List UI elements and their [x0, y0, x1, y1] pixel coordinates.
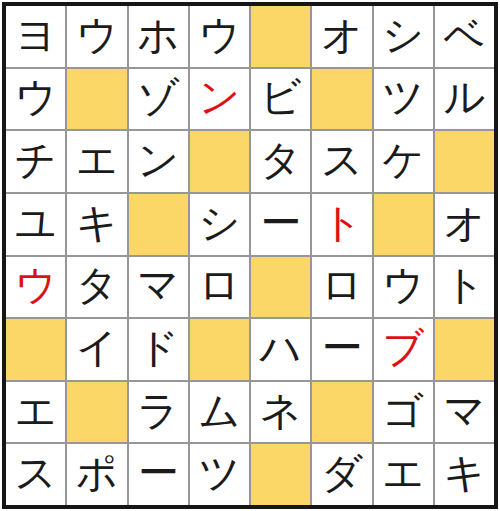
cell-r3c2-highlight[interactable]: [129, 194, 188, 255]
cell-letter: シ: [198, 203, 240, 244]
cell-r4c6[interactable]: ウ: [374, 257, 433, 318]
cell-letter: ム: [198, 391, 240, 432]
cell-r3c1[interactable]: キ: [67, 194, 126, 255]
cell-r1c7[interactable]: ル: [435, 69, 494, 130]
cell-letter: キ: [443, 453, 485, 494]
cell-r3c3[interactable]: シ: [190, 194, 249, 255]
cell-letter: エ: [15, 391, 57, 432]
cell-letter: エ: [76, 140, 118, 181]
cell-letter-red: ン: [198, 77, 240, 118]
cell-r7c7[interactable]: キ: [435, 444, 494, 505]
cell-letter: ー: [138, 453, 179, 494]
cell-letter: ー: [321, 328, 362, 369]
cell-r4c0[interactable]: ウ: [6, 257, 65, 318]
cell-r5c0-highlight[interactable]: [6, 319, 65, 380]
cell-r2c5[interactable]: ス: [312, 131, 371, 192]
cell-r1c5-highlight[interactable]: [312, 69, 371, 130]
cell-letter: ン: [137, 140, 179, 181]
cell-letter: マ: [137, 265, 179, 306]
cell-r0c6[interactable]: シ: [374, 6, 433, 67]
cell-r6c6[interactable]: ゴ: [374, 382, 433, 443]
cell-letter: ポ: [76, 453, 118, 494]
cell-r6c1-highlight[interactable]: [67, 382, 126, 443]
cell-letter: ダ: [321, 453, 363, 494]
cell-r4c7[interactable]: ト: [435, 257, 494, 318]
cell-r3c5[interactable]: ト: [312, 194, 371, 255]
cell-r3c4[interactable]: ー: [251, 194, 310, 255]
cell-r6c5-highlight[interactable]: [312, 382, 371, 443]
cell-r7c0[interactable]: ス: [6, 444, 65, 505]
cell-letter: ウ: [76, 15, 118, 56]
cell-r5c3-highlight[interactable]: [190, 319, 249, 380]
cell-letter: オ: [443, 203, 485, 244]
cell-r1c6[interactable]: ツ: [374, 69, 433, 130]
cell-r2c2[interactable]: ン: [129, 131, 188, 192]
cell-r2c7-highlight[interactable]: [435, 131, 494, 192]
cell-letter: チ: [15, 140, 57, 181]
cell-r7c1[interactable]: ポ: [67, 444, 126, 505]
cell-letter: ホ: [137, 15, 179, 56]
cell-letter: ウ: [198, 15, 240, 56]
cell-letter: ス: [15, 453, 57, 494]
cell-letter-red: ト: [321, 203, 363, 244]
cell-r5c2[interactable]: ド: [129, 319, 188, 380]
cell-r7c2[interactable]: ー: [129, 444, 188, 505]
cell-r5c1[interactable]: イ: [67, 319, 126, 380]
cell-r0c2[interactable]: ホ: [129, 6, 188, 67]
cell-letter: ビ: [260, 77, 302, 118]
cell-letter: タ: [260, 140, 302, 181]
cell-r7c6[interactable]: エ: [374, 444, 433, 505]
cell-letter: キ: [76, 203, 118, 244]
cell-letter: ラ: [137, 391, 179, 432]
cell-r0c0[interactable]: ヨ: [6, 6, 65, 67]
cell-letter: ユ: [15, 203, 57, 244]
cell-letter-red: ウ: [15, 265, 57, 306]
cell-r6c2[interactable]: ラ: [129, 382, 188, 443]
cell-r6c0[interactable]: エ: [6, 382, 65, 443]
cell-letter: ウ: [382, 265, 424, 306]
cell-r5c7-highlight[interactable]: [435, 319, 494, 380]
cell-letter-red: ブ: [382, 328, 424, 369]
cell-r2c1[interactable]: エ: [67, 131, 126, 192]
cell-letter: ス: [321, 140, 363, 181]
cell-letter: ケ: [382, 140, 424, 181]
cell-r4c4-highlight[interactable]: [251, 257, 310, 318]
cell-r7c5[interactable]: ダ: [312, 444, 371, 505]
cell-r4c3[interactable]: ロ: [190, 257, 249, 318]
cell-r1c2[interactable]: ゾ: [129, 69, 188, 130]
cell-r4c5[interactable]: ロ: [312, 257, 371, 318]
cell-r1c0[interactable]: ウ: [6, 69, 65, 130]
cell-r5c5[interactable]: ー: [312, 319, 371, 380]
cell-r0c4-highlight[interactable]: [251, 6, 310, 67]
cell-r0c1[interactable]: ウ: [67, 6, 126, 67]
cell-letter: ゴ: [382, 391, 424, 432]
cell-letter: ツ: [198, 453, 240, 494]
cell-letter: ロ: [198, 265, 240, 306]
cell-letter: タ: [76, 265, 118, 306]
cell-letter: ト: [443, 265, 485, 306]
cell-r2c6[interactable]: ケ: [374, 131, 433, 192]
cell-r3c7[interactable]: オ: [435, 194, 494, 255]
cell-letter: ゾ: [137, 77, 179, 118]
cell-letter: シ: [382, 15, 424, 56]
cell-letter: ウ: [15, 77, 57, 118]
cell-r2c0[interactable]: チ: [6, 131, 65, 192]
cell-letter: マ: [443, 391, 485, 432]
cell-r4c2[interactable]: マ: [129, 257, 188, 318]
cell-letter: ー: [260, 203, 301, 244]
cell-r4c1[interactable]: タ: [67, 257, 126, 318]
cell-r1c3[interactable]: ン: [190, 69, 249, 130]
cell-r0c3[interactable]: ウ: [190, 6, 249, 67]
cell-r5c6[interactable]: ブ: [374, 319, 433, 380]
cell-r5c4[interactable]: ハ: [251, 319, 310, 380]
cell-letter: ド: [137, 328, 179, 369]
cell-letter: ハ: [260, 328, 302, 369]
cell-letter: ヨ: [15, 15, 57, 56]
cell-letter: ル: [443, 77, 485, 118]
cell-letter: イ: [76, 328, 118, 369]
cell-letter: ベ: [443, 15, 485, 56]
crossword-board: ヨウホウオシベウゾンビツルチエンタスケユキシートオウタマロロウトイドハーブエラム…: [2, 2, 498, 509]
cell-letter: オ: [321, 15, 363, 56]
cell-r0c7[interactable]: ベ: [435, 6, 494, 67]
cell-letter: ロ: [321, 265, 363, 306]
cell-letter: ネ: [260, 391, 302, 432]
cell-r6c4[interactable]: ネ: [251, 382, 310, 443]
cell-r7c3[interactable]: ツ: [190, 444, 249, 505]
cell-r1c1-highlight[interactable]: [67, 69, 126, 130]
cell-r6c7[interactable]: マ: [435, 382, 494, 443]
cell-r7c4-highlight[interactable]: [251, 444, 310, 505]
cell-r2c3-highlight[interactable]: [190, 131, 249, 192]
cell-r0c5[interactable]: オ: [312, 6, 371, 67]
cell-r6c3[interactable]: ム: [190, 382, 249, 443]
cell-r3c6-highlight[interactable]: [374, 194, 433, 255]
cell-r3c0[interactable]: ユ: [6, 194, 65, 255]
cell-letter: ツ: [382, 77, 424, 118]
cell-r1c4[interactable]: ビ: [251, 69, 310, 130]
cell-r2c4[interactable]: タ: [251, 131, 310, 192]
cell-letter: エ: [382, 453, 424, 494]
